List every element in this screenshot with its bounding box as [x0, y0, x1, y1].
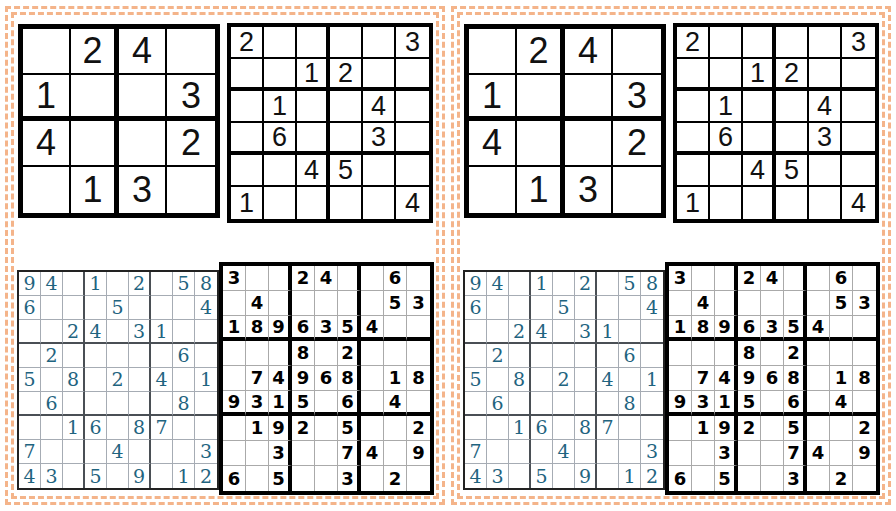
sudoku-cell-g9b-r6c7	[361, 391, 384, 416]
sudoku-cell-g9b-r5c8: 1	[384, 366, 407, 391]
sudoku-cell-g9a-r8c9: 3	[641, 440, 663, 464]
sudoku-cell-g4-r4c1	[469, 167, 517, 213]
sudoku-grid-6x6: 231214634514	[227, 23, 433, 223]
sudoku-cell-g9a-r1c6: 2	[129, 272, 151, 296]
sudoku-cell-g9a-r8c7	[151, 440, 173, 464]
sudoku-cell-g4-r4c3: 3	[565, 167, 613, 213]
sudoku-cell-g6-r3c2: 1	[264, 91, 297, 123]
sudoku-cell-g9a-r8c7	[597, 440, 619, 464]
sudoku-cell-g9b-r7c2: 1	[692, 416, 715, 441]
sudoku-cell-g9b-r8c3: 3	[715, 441, 738, 466]
sudoku-grid-4x4: 24134213	[18, 24, 220, 218]
sudoku-cell-g4-r2c3	[565, 75, 613, 121]
sudoku-cell-g9a-r6c4	[531, 392, 553, 416]
sudoku-cell-g9b-r1c5: 4	[315, 266, 338, 291]
sudoku-cell-g9b-r1c4: 2	[738, 266, 761, 291]
sudoku-cell-g9a-r2c4	[531, 296, 553, 320]
sudoku-cell-g9b-r7c6: 5	[338, 416, 361, 441]
sudoku-cell-g9b-r8c4	[292, 441, 315, 466]
sudoku-cell-g9b-r7c7	[361, 416, 384, 441]
sudoku-cell-g9b-r5c6: 8	[784, 366, 807, 391]
sudoku-cell-g9a-r4c4	[531, 344, 553, 368]
sudoku-cell-g6-r6c3	[743, 187, 776, 219]
sudoku-cell-g4-r3c2	[71, 121, 119, 167]
sudoku-cell-g9a-r7c8	[619, 416, 641, 440]
sudoku-cell-g9a-r4c3	[509, 344, 531, 368]
sudoku-cell-g9b-r4c6: 2	[338, 341, 361, 366]
sudoku-cell-g9a-r6c2: 6	[41, 392, 63, 416]
sudoku-cell-g6-r1c1: 2	[231, 27, 264, 59]
sudoku-cell-g6-r6c1: 1	[231, 187, 264, 219]
sudoku-cell-g6-r4c5: 3	[809, 123, 842, 155]
sudoku-cell-g9a-r1c9: 8	[195, 272, 217, 296]
sudoku-cell-g9a-r7c9	[195, 416, 217, 440]
sudoku-cell-g9b-r3c7: 4	[807, 316, 830, 341]
sudoku-cell-g9b-r1c7	[361, 266, 384, 291]
sudoku-cell-g9b-r4c1	[669, 341, 692, 366]
sudoku-cell-g9a-r6c9	[195, 392, 217, 416]
sudoku-cell-g9a-r1c7	[597, 272, 619, 296]
sudoku-cell-g9a-r2c9: 4	[195, 296, 217, 320]
sudoku-cell-g6-r4c3	[743, 123, 776, 155]
sudoku-cell-g9b-r4c9	[853, 341, 876, 366]
sudoku-cell-g9a-r5c2	[487, 368, 509, 392]
sudoku-cell-g6-r1c5	[363, 27, 396, 59]
sudoku-cell-g9a-r5c8	[173, 368, 195, 392]
sudoku-cell-g9b-r5c1	[669, 366, 692, 391]
sudoku-cell-g4-r3c3	[565, 121, 613, 167]
sudoku-cell-g9a-r8c1: 7	[19, 440, 41, 464]
sudoku-cell-g9a-r5c7: 4	[597, 368, 619, 392]
sudoku-cell-g9b-r5c7	[361, 366, 384, 391]
sudoku-cell-g4-r2c3	[119, 75, 167, 121]
sudoku-cell-g6-r4c1	[231, 123, 264, 155]
sudoku-cell-g6-r2c3: 1	[743, 59, 776, 91]
sudoku-cell-g9b-r4c2	[246, 341, 269, 366]
sudoku-cell-g9b-r7c9: 2	[853, 416, 876, 441]
sudoku-cell-g9b-r6c9	[407, 391, 430, 416]
sudoku-cell-g9b-r2c4	[292, 291, 315, 316]
sudoku-cell-g9a-r7c3: 1	[509, 416, 531, 440]
sudoku-cell-g9b-r6c1: 9	[669, 391, 692, 416]
sudoku-cell-g6-r4c6	[396, 123, 429, 155]
sudoku-cell-g6-r2c2	[710, 59, 743, 91]
sudoku-cell-g9b-r8c9: 9	[407, 441, 430, 466]
sudoku-cell-g9a-r7c7: 7	[597, 416, 619, 440]
sudoku-cell-g9a-r1c4: 1	[85, 272, 107, 296]
sudoku-cell-g9a-r9c8: 1	[173, 464, 195, 488]
sudoku-cell-g6-r2c4: 2	[330, 59, 363, 91]
sudoku-cell-g9a-r4c6	[575, 344, 597, 368]
sudoku-cell-g9a-r9c7	[151, 464, 173, 488]
sudoku-cell-g9a-r4c5	[553, 344, 575, 368]
sudoku-cell-g9b-r9c7	[807, 466, 830, 491]
sudoku-cell-g9b-r4c7	[361, 341, 384, 366]
sudoku-cell-g9b-r3c1: 1	[223, 316, 246, 341]
sudoku-cell-g9b-r1c1: 3	[223, 266, 246, 291]
sudoku-cell-g9b-r1c2	[692, 266, 715, 291]
sudoku-panel-left: 24134213 231214634514 941258654243126582…	[5, 6, 445, 505]
sudoku-cell-g4-r2c4: 3	[167, 75, 215, 121]
sudoku-cell-g9b-r1c6	[338, 266, 361, 291]
sudoku-cell-g9b-r1c2	[246, 266, 269, 291]
sudoku-cell-g9a-r5c9: 1	[195, 368, 217, 392]
sudoku-cell-g4-r4c4	[613, 167, 661, 213]
sudoku-cell-g6-r4c5: 3	[363, 123, 396, 155]
sudoku-cell-g9a-r3c6: 3	[129, 320, 151, 344]
sudoku-cell-g9a-r7c6: 8	[575, 416, 597, 440]
sudoku-cell-g9a-r1c2: 4	[41, 272, 63, 296]
sudoku-cell-g9a-r8c5: 4	[553, 440, 575, 464]
sudoku-cell-g9b-r4c5	[315, 341, 338, 366]
sudoku-cell-g9a-r5c2	[41, 368, 63, 392]
sudoku-cell-g4-r2c1: 1	[469, 75, 517, 121]
sudoku-cell-g9b-r9c4	[738, 466, 761, 491]
sudoku-cell-g6-r1c6: 3	[842, 27, 875, 59]
sudoku-cell-g9b-r7c6: 5	[784, 416, 807, 441]
sudoku-cell-g9a-r9c3	[63, 464, 85, 488]
sudoku-cell-g9b-r2c2: 4	[692, 291, 715, 316]
sudoku-cell-g9b-r7c3: 9	[715, 416, 738, 441]
sudoku-cell-g9a-r4c7	[151, 344, 173, 368]
sudoku-cell-g9a-r4c7	[597, 344, 619, 368]
sudoku-cell-g9a-r4c9	[195, 344, 217, 368]
sudoku-cell-g6-r5c2	[710, 155, 743, 187]
sudoku-cell-g4-r4c2: 1	[517, 167, 565, 213]
sudoku-cell-g9a-r7c4: 6	[85, 416, 107, 440]
sudoku-cell-g9a-r8c5: 4	[107, 440, 129, 464]
sudoku-cell-g9b-r3c6: 5	[784, 316, 807, 341]
sudoku-cell-g9a-r5c3: 8	[63, 368, 85, 392]
sudoku-cell-g6-r4c6	[842, 123, 875, 155]
sudoku-cell-g9b-r1c9	[407, 266, 430, 291]
sudoku-cell-g9b-r6c9	[853, 391, 876, 416]
sudoku-cell-g6-r2c2	[264, 59, 297, 91]
sudoku-cell-g9a-r6c8: 8	[619, 392, 641, 416]
sudoku-cell-g9b-r1c3	[269, 266, 292, 291]
sudoku-cell-g9b-r2c7	[361, 291, 384, 316]
sudoku-cell-g9a-r2c6	[575, 296, 597, 320]
sudoku-cell-g9a-r2c5: 5	[553, 296, 575, 320]
sudoku-cell-g6-r6c6: 4	[842, 187, 875, 219]
sudoku-cell-g6-r1c5	[809, 27, 842, 59]
sudoku-cell-g9a-r5c8	[619, 368, 641, 392]
sudoku-cell-g9b-r2c1	[669, 291, 692, 316]
sudoku-cell-g6-r2c6	[396, 59, 429, 91]
sudoku-cell-g4-r4c2: 1	[71, 167, 119, 213]
sudoku-cell-g9a-r6c6	[575, 392, 597, 416]
sudoku-cell-g9a-r3c7: 1	[151, 320, 173, 344]
sudoku-cell-g9b-r7c9: 2	[407, 416, 430, 441]
sudoku-cell-g6-r1c2	[264, 27, 297, 59]
sudoku-cell-g9b-r8c4	[738, 441, 761, 466]
sudoku-cell-g9b-r7c5	[315, 416, 338, 441]
sudoku-cell-g6-r6c2	[710, 187, 743, 219]
sudoku-cell-g9b-r8c5	[315, 441, 338, 466]
sudoku-cell-g9b-r5c7	[807, 366, 830, 391]
sudoku-cell-g9b-r6c6: 6	[784, 391, 807, 416]
sudoku-cell-g9a-r7c7: 7	[151, 416, 173, 440]
sudoku-cell-g9a-r5c5: 2	[553, 368, 575, 392]
sudoku-cell-g9b-r1c7	[807, 266, 830, 291]
sudoku-cell-g9a-r5c1: 5	[465, 368, 487, 392]
sudoku-panel-right: 24134213 231214634514 941258654243126582…	[451, 6, 891, 505]
sudoku-cell-g9b-r9c9	[407, 466, 430, 491]
sudoku-cell-g9a-r5c4	[85, 368, 107, 392]
sudoku-cell-g9a-r3c2	[487, 320, 509, 344]
sudoku-grid-9x9-teal: 94125865424312658241681687743435912	[17, 270, 219, 490]
sudoku-cell-g9a-r3c1	[19, 320, 41, 344]
sudoku-cell-g4-r2c4: 3	[613, 75, 661, 121]
sudoku-cell-g9a-r3c5	[107, 320, 129, 344]
sudoku-cell-g9a-r6c5	[553, 392, 575, 416]
sudoku-cell-g9b-r7c4: 2	[292, 416, 315, 441]
sudoku-cell-g6-r6c2	[264, 187, 297, 219]
sudoku-cell-g6-r5c1	[677, 155, 710, 187]
sudoku-cell-g6-r6c6: 4	[396, 187, 429, 219]
sudoku-cell-g6-r3c2: 1	[710, 91, 743, 123]
sudoku-cell-g6-r1c3	[743, 27, 776, 59]
sudoku-cell-g9b-r8c8	[384, 441, 407, 466]
sudoku-cell-g9b-r2c9: 3	[407, 291, 430, 316]
sudoku-cell-g9b-r9c4	[292, 466, 315, 491]
sudoku-cell-g6-r1c6: 3	[396, 27, 429, 59]
sudoku-cell-g6-r6c5	[809, 187, 842, 219]
sudoku-cell-g9a-r9c3	[509, 464, 531, 488]
sudoku-cell-g9b-r8c1	[223, 441, 246, 466]
sudoku-cell-g9a-r9c2: 3	[41, 464, 63, 488]
sudoku-cell-g4-r3c1: 4	[469, 121, 517, 167]
sudoku-cell-g9a-r7c6: 8	[129, 416, 151, 440]
sudoku-cell-g9b-r4c7	[807, 341, 830, 366]
sudoku-cell-g9b-r4c3	[269, 341, 292, 366]
sudoku-cell-g9a-r6c2: 6	[487, 392, 509, 416]
sudoku-cell-g9b-r9c2	[246, 466, 269, 491]
sudoku-cell-g9b-r8c6: 7	[338, 441, 361, 466]
sudoku-cell-g9b-r3c4: 6	[292, 316, 315, 341]
sudoku-cell-g9a-r9c5	[107, 464, 129, 488]
sudoku-cell-g9a-r2c5: 5	[107, 296, 129, 320]
sudoku-cell-g9a-r2c8	[173, 296, 195, 320]
sudoku-cell-g9b-r6c8: 4	[384, 391, 407, 416]
sudoku-cell-g9a-r5c9: 1	[641, 368, 663, 392]
sudoku-cell-g9b-r5c3: 4	[269, 366, 292, 391]
sudoku-cell-g9a-r4c6	[129, 344, 151, 368]
sudoku-grid-9x9-black: 3246453189635482749681893156419252374965…	[219, 262, 434, 495]
sudoku-cell-g6-r6c4	[330, 187, 363, 219]
sudoku-cell-g9b-r6c6: 6	[338, 391, 361, 416]
sudoku-cell-g9b-r2c5	[761, 291, 784, 316]
sudoku-cell-g9a-r8c6	[575, 440, 597, 464]
sudoku-cell-g6-r5c3: 4	[743, 155, 776, 187]
sudoku-cell-g9a-r5c1: 5	[19, 368, 41, 392]
sudoku-cell-g9b-r2c3	[715, 291, 738, 316]
sudoku-cell-g9a-r2c2	[41, 296, 63, 320]
sudoku-cell-g9a-r4c1	[465, 344, 487, 368]
sudoku-cell-g9a-r4c9	[641, 344, 663, 368]
sudoku-cell-g6-r3c5: 4	[363, 91, 396, 123]
sudoku-cell-g4-r4c4	[167, 167, 215, 213]
sudoku-cell-g9b-r1c6	[784, 266, 807, 291]
sudoku-cell-g9b-r3c3: 9	[269, 316, 292, 341]
sudoku-cell-g9a-r6c9	[641, 392, 663, 416]
sudoku-cell-g9a-r5c7: 4	[151, 368, 173, 392]
sudoku-cell-g6-r4c4	[776, 123, 809, 155]
sudoku-cell-g9b-r2c8: 5	[384, 291, 407, 316]
sudoku-cell-g9a-r8c8	[173, 440, 195, 464]
sudoku-cell-g9a-r1c8: 5	[173, 272, 195, 296]
sudoku-cell-g9a-r3c1	[465, 320, 487, 344]
sudoku-cell-g9b-r6c4: 5	[292, 391, 315, 416]
sudoku-cell-g9b-r5c2: 7	[692, 366, 715, 391]
sudoku-cell-g4-r1c2: 2	[517, 29, 565, 75]
sudoku-cell-g4-r4c1	[23, 167, 71, 213]
sudoku-cell-g9a-r8c2	[487, 440, 509, 464]
sudoku-cell-g4-r1c1	[23, 29, 71, 75]
sudoku-cell-g9a-r2c7	[597, 296, 619, 320]
sudoku-cell-g9b-r4c1	[223, 341, 246, 366]
sudoku-cell-g9b-r5c3: 4	[715, 366, 738, 391]
sudoku-cell-g9a-r9c5	[553, 464, 575, 488]
sudoku-cell-g9a-r9c1: 4	[19, 464, 41, 488]
sudoku-cell-g6-r1c4	[330, 27, 363, 59]
sudoku-cell-g9a-r2c4	[85, 296, 107, 320]
sudoku-cell-g9a-r7c3: 1	[63, 416, 85, 440]
sudoku-cell-g6-r3c6	[396, 91, 429, 123]
sudoku-cell-g9a-r3c3: 2	[63, 320, 85, 344]
sudoku-cell-g6-r1c4	[776, 27, 809, 59]
sudoku-cell-g9b-r9c5	[315, 466, 338, 491]
sudoku-cell-g6-r4c2: 6	[710, 123, 743, 155]
sudoku-cell-g9b-r8c7: 4	[807, 441, 830, 466]
sudoku-cell-g9b-r8c2	[246, 441, 269, 466]
sudoku-cell-g6-r6c3	[297, 187, 330, 219]
sudoku-cell-g4-r3c3	[119, 121, 167, 167]
sudoku-cell-g9a-r9c6: 9	[129, 464, 151, 488]
sudoku-cell-g9b-r2c8: 5	[830, 291, 853, 316]
sudoku-grid-6x6: 231214634514	[673, 23, 879, 223]
sudoku-cell-g9b-r1c3	[715, 266, 738, 291]
sudoku-cell-g9b-r5c1	[223, 366, 246, 391]
sudoku-cell-g9a-r8c9: 3	[195, 440, 217, 464]
sudoku-cell-g9b-r3c8	[830, 316, 853, 341]
sudoku-cell-g9a-r7c2	[487, 416, 509, 440]
sudoku-cell-g9b-r4c8	[384, 341, 407, 366]
sudoku-cell-g6-r5c4: 5	[776, 155, 809, 187]
sudoku-cell-g9a-r2c6	[129, 296, 151, 320]
sudoku-cell-g9b-r5c2: 7	[246, 366, 269, 391]
sudoku-cell-g9a-r5c6	[129, 368, 151, 392]
sudoku-cell-g9b-r9c2	[692, 466, 715, 491]
sudoku-cell-g9a-r2c1: 6	[465, 296, 487, 320]
sudoku-cell-g6-r5c5	[363, 155, 396, 187]
sudoku-cell-g9b-r7c3: 9	[269, 416, 292, 441]
sudoku-cell-g9b-r3c6: 5	[338, 316, 361, 341]
sudoku-cell-g9a-r8c3	[509, 440, 531, 464]
sudoku-cell-g4-r2c1: 1	[23, 75, 71, 121]
sudoku-cell-g4-r1c3: 4	[119, 29, 167, 75]
sudoku-cell-g9b-r8c3: 3	[269, 441, 292, 466]
sudoku-cell-g9b-r9c8: 2	[384, 466, 407, 491]
sudoku-cell-g9b-r1c5: 4	[761, 266, 784, 291]
sudoku-cell-g9a-r1c4: 1	[531, 272, 553, 296]
sudoku-cell-g6-r3c3	[743, 91, 776, 123]
sudoku-cell-g6-r5c6	[396, 155, 429, 187]
sudoku-cell-g9a-r1c6: 2	[575, 272, 597, 296]
sudoku-cell-g9b-r7c1	[223, 416, 246, 441]
sudoku-cell-g4-r3c1: 4	[23, 121, 71, 167]
sudoku-cell-g6-r3c4	[330, 91, 363, 123]
sudoku-cell-g9a-r1c3	[509, 272, 531, 296]
sudoku-cell-g4-r1c4	[167, 29, 215, 75]
sudoku-cell-g9b-r3c9	[407, 316, 430, 341]
sudoku-cell-g6-r4c1	[677, 123, 710, 155]
sudoku-grid-9x9-teal: 94125865424312658241681687743435912	[463, 270, 665, 490]
sudoku-cell-g9a-r8c4	[85, 440, 107, 464]
sudoku-cell-g9a-r3c8	[619, 320, 641, 344]
sudoku-cell-g9a-r4c3	[63, 344, 85, 368]
sudoku-cell-g9b-r1c8: 6	[384, 266, 407, 291]
sudoku-cell-g9b-r9c1: 6	[223, 466, 246, 491]
sudoku-cell-g6-r6c4	[776, 187, 809, 219]
sudoku-cell-g4-r4c3: 3	[119, 167, 167, 213]
sudoku-cell-g9b-r5c4: 9	[292, 366, 315, 391]
sudoku-cell-g9a-r8c1: 7	[465, 440, 487, 464]
sudoku-grid-4x4: 24134213	[464, 24, 666, 218]
sudoku-cell-g9b-r9c8: 2	[830, 466, 853, 491]
sudoku-cell-g9b-r2c5	[315, 291, 338, 316]
sudoku-cell-g9b-r2c4	[738, 291, 761, 316]
sudoku-cell-g9a-r9c9: 2	[195, 464, 217, 488]
sudoku-cell-g9b-r4c2	[692, 341, 715, 366]
sudoku-cell-g6-r2c6	[842, 59, 875, 91]
sudoku-cell-g9a-r7c5	[107, 416, 129, 440]
sudoku-cell-g9b-r3c3: 9	[715, 316, 738, 341]
sudoku-cell-g4-r3c4: 2	[167, 121, 215, 167]
sudoku-cell-g9b-r6c5	[761, 391, 784, 416]
sudoku-cell-g9b-r3c4: 6	[738, 316, 761, 341]
sudoku-cell-g6-r6c1: 1	[677, 187, 710, 219]
sudoku-cell-g9a-r8c3	[63, 440, 85, 464]
sudoku-cell-g9b-r3c2: 8	[692, 316, 715, 341]
sudoku-cell-g9b-r1c8: 6	[830, 266, 853, 291]
sudoku-cell-g9a-r9c9: 2	[641, 464, 663, 488]
sudoku-cell-g9b-r6c4: 5	[738, 391, 761, 416]
sudoku-cell-g9a-r4c2: 2	[487, 344, 509, 368]
sudoku-cell-g9b-r9c5	[761, 466, 784, 491]
sudoku-cell-g9a-r6c7	[151, 392, 173, 416]
sudoku-cell-g9a-r7c1	[19, 416, 41, 440]
sudoku-cell-g9b-r5c9: 8	[853, 366, 876, 391]
sudoku-cell-g9b-r6c8: 4	[830, 391, 853, 416]
sudoku-cell-g9a-r4c4	[85, 344, 107, 368]
sudoku-cell-g9a-r6c1	[465, 392, 487, 416]
sudoku-cell-g9a-r7c5	[553, 416, 575, 440]
sudoku-cell-g9b-r5c6: 8	[338, 366, 361, 391]
sudoku-cell-g9a-r3c6: 3	[575, 320, 597, 344]
sudoku-cell-g9b-r2c2: 4	[246, 291, 269, 316]
sudoku-cell-g9a-r4c2: 2	[41, 344, 63, 368]
sudoku-cell-g6-r2c4: 2	[776, 59, 809, 91]
sudoku-cell-g9b-r7c4: 2	[738, 416, 761, 441]
sudoku-cell-g9b-r5c9: 8	[407, 366, 430, 391]
sudoku-cell-g9a-r2c8	[619, 296, 641, 320]
sudoku-cell-g9a-r2c9: 4	[641, 296, 663, 320]
sudoku-cell-g9b-r9c1: 6	[669, 466, 692, 491]
sudoku-cell-g9a-r3c8	[173, 320, 195, 344]
sudoku-cell-g9b-r6c1: 9	[223, 391, 246, 416]
sudoku-cell-g9b-r2c6	[338, 291, 361, 316]
